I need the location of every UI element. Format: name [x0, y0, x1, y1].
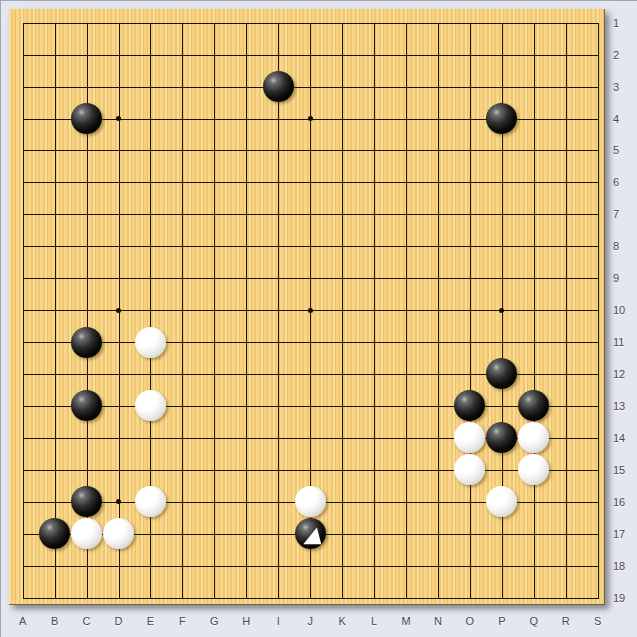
- col-label-l: L: [358, 614, 390, 628]
- stone-black-i3: [263, 71, 294, 102]
- col-label-n: N: [422, 614, 454, 628]
- stone-black-q13: [518, 390, 549, 421]
- row-label-9: 9: [613, 271, 637, 285]
- col-label-p: P: [486, 614, 518, 628]
- stone-black-p14: [486, 422, 517, 453]
- col-label-s: S: [582, 614, 614, 628]
- stone-white-o14: [454, 422, 485, 453]
- row-label-15: 15: [613, 463, 637, 477]
- stone-black-c4: [71, 103, 102, 134]
- col-label-m: M: [390, 614, 422, 628]
- board-stones-layer: [7, 7, 614, 614]
- col-label-r: R: [550, 614, 582, 628]
- stone-black-c16: [71, 486, 102, 517]
- row-label-12: 12: [613, 367, 637, 381]
- col-label-o: O: [454, 614, 486, 628]
- col-label-e: E: [134, 614, 166, 628]
- stone-black-o13: [454, 390, 485, 421]
- stone-white-e11: [135, 327, 166, 358]
- col-label-c: C: [71, 614, 103, 628]
- last-move-triangle-marker: [295, 518, 326, 549]
- stone-white-e13: [135, 390, 166, 421]
- stone-black-c11: [71, 327, 102, 358]
- stone-white-q14: [518, 422, 549, 453]
- stone-white-q15: [518, 454, 549, 485]
- stone-white-o15: [454, 454, 485, 485]
- stone-white-e16: [135, 486, 166, 517]
- row-label-17: 17: [613, 527, 637, 541]
- col-label-i: I: [262, 614, 294, 628]
- row-label-5: 5: [613, 143, 637, 157]
- stone-white-d17: [103, 518, 134, 549]
- col-label-h: H: [230, 614, 262, 628]
- row-label-19: 19: [613, 591, 637, 605]
- row-label-8: 8: [613, 239, 637, 253]
- stone-black-p12: [486, 358, 517, 389]
- stone-black-j17: [295, 518, 326, 549]
- stone-black-p4: [486, 103, 517, 134]
- col-label-k: K: [326, 614, 358, 628]
- stone-white-c17: [71, 518, 102, 549]
- row-label-1: 1: [613, 16, 637, 30]
- col-label-j: J: [294, 614, 326, 628]
- row-label-11: 11: [613, 335, 637, 349]
- col-label-f: F: [166, 614, 198, 628]
- go-board[interactable]: [9, 9, 605, 605]
- col-label-q: Q: [518, 614, 550, 628]
- row-label-13: 13: [613, 399, 637, 413]
- col-label-d: D: [103, 614, 135, 628]
- row-label-7: 7: [613, 207, 637, 221]
- row-label-14: 14: [613, 431, 637, 445]
- row-label-2: 2: [613, 48, 637, 62]
- row-label-3: 3: [613, 80, 637, 94]
- stone-white-j16: [295, 486, 326, 517]
- stone-white-p16: [486, 486, 517, 517]
- row-label-4: 4: [613, 112, 637, 126]
- col-label-g: G: [198, 614, 230, 628]
- stone-black-b17: [39, 518, 70, 549]
- go-app-window: ABCDEFGHIJKLMNOPQRS 12345678910111213141…: [0, 0, 637, 637]
- col-label-b: B: [39, 614, 71, 628]
- col-label-a: A: [7, 614, 39, 628]
- row-label-10: 10: [613, 303, 637, 317]
- row-label-16: 16: [613, 495, 637, 509]
- stone-black-c13: [71, 390, 102, 421]
- row-label-18: 18: [613, 559, 637, 573]
- row-label-6: 6: [613, 175, 637, 189]
